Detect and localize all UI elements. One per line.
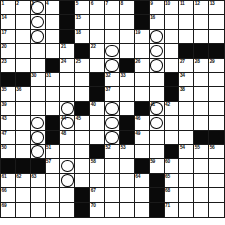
clue-number: 13 [210, 1, 215, 7]
grid-cell[interactable]: 71 [165, 203, 180, 217]
clue-number: 12 [195, 1, 200, 7]
grid-cell[interactable]: 9 [150, 1, 165, 15]
grid-cell[interactable] [75, 159, 90, 173]
grid-cell[interactable] [31, 116, 46, 130]
grid-cell[interactable]: 34 [179, 73, 194, 87]
circle-marker [31, 131, 44, 144]
clue-number: 47 [2, 131, 7, 137]
grid-cell[interactable] [90, 30, 105, 44]
grid-cell[interactable]: 14 [1, 15, 16, 29]
grid-cell[interactable] [60, 145, 75, 159]
clue-number: 40 [91, 102, 96, 108]
clue-number: 27 [180, 59, 185, 65]
grid-cell[interactable]: 44 [60, 116, 75, 130]
grid-cell[interactable] [16, 102, 31, 116]
grid-cell[interactable] [209, 159, 224, 173]
grid-cell[interactable] [105, 116, 120, 130]
grid-cell[interactable] [150, 116, 165, 130]
grid-cell[interactable] [179, 15, 194, 29]
circle-marker [150, 59, 163, 72]
clue-number: 24 [61, 59, 66, 65]
grid-cell[interactable] [16, 15, 31, 29]
grid-cell[interactable] [179, 188, 194, 202]
grid-cell[interactable]: 41 [150, 102, 165, 116]
grid-cell[interactable]: 20 [1, 44, 16, 58]
clue-number: 54 [180, 145, 185, 151]
circle-marker [150, 45, 163, 58]
grid-cell[interactable] [179, 30, 194, 44]
grid-cell[interactable]: 62 [16, 174, 31, 188]
clue-number: 51 [46, 145, 51, 151]
clue-number: 23 [2, 59, 7, 65]
clue-number: 60 [165, 159, 170, 165]
grid-cell[interactable] [90, 116, 105, 130]
grid-cell[interactable]: 30 [31, 73, 46, 87]
grid-cell[interactable]: 15 [75, 15, 90, 29]
grid-cell[interactable] [105, 188, 120, 202]
black-cell [120, 59, 135, 73]
grid-cell[interactable] [135, 87, 150, 101]
clue-number: 34 [180, 73, 185, 79]
clue-number: 9 [150, 1, 152, 7]
grid-cell[interactable]: 4 [46, 1, 61, 15]
clue-number: 69 [2, 203, 7, 209]
grid-cell[interactable] [60, 159, 75, 173]
clue-number: 26 [135, 59, 140, 65]
grid-cell[interactable] [16, 188, 31, 202]
grid-cell[interactable]: 69 [1, 203, 16, 217]
grid-cell[interactable] [179, 174, 194, 188]
clue-number: 49 [135, 131, 140, 137]
grid-cell[interactable] [194, 15, 209, 29]
grid-cell[interactable]: 68 [165, 188, 180, 202]
grid-cell[interactable] [31, 15, 46, 29]
grid-cell[interactable] [209, 102, 224, 116]
grid-cell[interactable]: 59 [150, 159, 165, 173]
grid-cell[interactable] [150, 59, 165, 73]
circle-marker [61, 174, 74, 187]
black-cell [75, 188, 90, 202]
grid-cell[interactable]: 66 [1, 188, 16, 202]
grid-cell[interactable]: 45 [75, 116, 90, 130]
grid-cell[interactable] [120, 102, 135, 116]
clue-number: 36 [16, 87, 21, 93]
clue-number: 6 [91, 1, 93, 7]
grid-cell[interactable] [209, 30, 224, 44]
grid-cell[interactable]: 19 [135, 30, 150, 44]
grid-cell[interactable] [46, 174, 61, 188]
grid-cell[interactable] [135, 188, 150, 202]
clue-number: 35 [2, 87, 7, 93]
grid-cell[interactable]: 28 [194, 59, 209, 73]
black-cell [1, 159, 16, 173]
grid-cell[interactable]: 17 [1, 30, 16, 44]
grid-cell[interactable] [165, 116, 180, 130]
grid-cell[interactable] [16, 44, 31, 58]
grid-cell[interactable] [46, 87, 61, 101]
grid-cell[interactable] [60, 174, 75, 188]
clue-number: 25 [76, 59, 81, 65]
grid-cell[interactable]: 26 [135, 59, 150, 73]
black-cell [150, 203, 165, 217]
grid-cell[interactable] [120, 30, 135, 44]
grid-cell[interactable]: 51 [46, 145, 61, 159]
clue-number: 38 [180, 87, 185, 93]
clue-number: 66 [2, 188, 7, 194]
grid-cell[interactable] [150, 87, 165, 101]
grid-cell[interactable] [194, 188, 209, 202]
grid-cell[interactable] [90, 59, 105, 73]
grid-cell[interactable] [209, 116, 224, 130]
circle-marker [105, 45, 118, 58]
grid-cell[interactable] [120, 15, 135, 29]
grid-cell[interactable] [105, 174, 120, 188]
grid-cell[interactable] [209, 73, 224, 87]
grid-cell[interactable] [31, 30, 46, 44]
grid-cell[interactable] [105, 44, 120, 58]
grid-cell[interactable]: 6 [90, 1, 105, 15]
grid-cell[interactable]: 70 [90, 203, 105, 217]
grid-cell[interactable] [105, 59, 120, 73]
grid-cell[interactable] [165, 131, 180, 145]
clue-number: 5 [76, 1, 78, 7]
black-cell [179, 44, 194, 58]
circle-marker [105, 131, 118, 144]
grid-cell[interactable] [150, 44, 165, 58]
black-cell [120, 116, 135, 130]
clue-number: 10 [165, 1, 170, 7]
grid-cell[interactable] [120, 159, 135, 173]
grid-cell[interactable] [165, 30, 180, 44]
crossword-page: 1234567891011121314151617181920212223242… [0, 0, 225, 225]
black-cell [165, 87, 180, 101]
grid-cell[interactable]: 32 [105, 73, 120, 87]
grid-cell[interactable]: 60 [165, 159, 180, 173]
grid-cell[interactable] [46, 15, 61, 29]
circle-marker [105, 59, 118, 72]
grid-cell[interactable]: 29 [209, 59, 224, 73]
grid-cell[interactable] [16, 116, 31, 130]
grid-cell[interactable] [60, 188, 75, 202]
grid-cell[interactable] [105, 203, 120, 217]
grid-cell[interactable] [179, 203, 194, 217]
grid-cell[interactable]: 31 [46, 73, 61, 87]
clue-number: 43 [2, 116, 7, 122]
black-cell [194, 44, 209, 58]
grid-cell[interactable]: 27 [179, 59, 194, 73]
grid-cell[interactable] [194, 159, 209, 173]
grid-cell[interactable]: 8 [120, 1, 135, 15]
circle-marker [105, 102, 118, 115]
clue-number: 70 [91, 203, 96, 209]
grid-cell[interactable] [105, 102, 120, 116]
black-cell [165, 73, 180, 87]
grid-cell[interactable]: 18 [75, 30, 90, 44]
grid-cell[interactable] [16, 131, 31, 145]
grid-cell[interactable]: 7 [105, 1, 120, 15]
black-cell [16, 73, 31, 87]
clue-number: 8 [120, 1, 122, 7]
grid-cell[interactable] [165, 44, 180, 58]
clue-number: 7 [106, 1, 108, 7]
grid-cell[interactable] [60, 73, 75, 87]
clue-number: 14 [2, 15, 7, 21]
grid-cell[interactable]: 35 [1, 87, 16, 101]
black-cell [75, 44, 90, 58]
black-cell [194, 131, 209, 145]
black-cell [90, 73, 105, 87]
grid-cell[interactable] [31, 131, 46, 145]
grid-cell[interactable] [209, 203, 224, 217]
grid-cell[interactable] [120, 188, 135, 202]
grid-cell[interactable]: 22 [90, 44, 105, 58]
grid-cell[interactable] [120, 87, 135, 101]
grid-cell[interactable]: 50 [1, 145, 16, 159]
black-cell [60, 1, 75, 15]
clue-number: 57 [46, 159, 51, 165]
grid-cell[interactable]: 11 [179, 1, 194, 15]
clue-number: 53 [120, 145, 125, 151]
black-cell [75, 102, 90, 116]
grid-cell[interactable] [194, 203, 209, 217]
grid-cell[interactable] [46, 44, 61, 58]
grid-cell[interactable] [31, 59, 46, 73]
grid-cell[interactable] [179, 102, 194, 116]
grid-cell[interactable]: 56 [209, 145, 224, 159]
clue-number: 29 [210, 59, 215, 65]
clue-number: 39 [2, 102, 7, 108]
grid-cell[interactable]: 23 [1, 59, 16, 73]
grid-cell[interactable] [46, 188, 61, 202]
clue-number: 52 [106, 145, 111, 151]
clue-number: 17 [2, 30, 7, 36]
clue-number: 33 [120, 73, 125, 79]
grid-cell[interactable] [150, 30, 165, 44]
grid-cell[interactable] [16, 59, 31, 73]
grid-cell[interactable]: 55 [194, 145, 209, 159]
grid-cell[interactable] [194, 116, 209, 130]
grid-cell[interactable] [209, 174, 224, 188]
circle-marker [105, 117, 118, 130]
grid-cell[interactable] [46, 30, 61, 44]
black-cell [150, 174, 165, 188]
clue-number: 37 [106, 87, 111, 93]
grid-cell[interactable] [194, 102, 209, 116]
grid-cell[interactable] [135, 203, 150, 217]
circle-marker [61, 102, 74, 115]
grid-cell[interactable] [31, 188, 46, 202]
clue-number: 30 [31, 73, 36, 79]
circle-marker [61, 160, 74, 173]
grid-cell[interactable]: 10 [165, 1, 180, 15]
black-cell [16, 159, 31, 173]
grid-cell[interactable]: 52 [105, 145, 120, 159]
circle-marker [31, 117, 44, 130]
grid-cell[interactable]: 25 [75, 59, 90, 73]
grid-cell[interactable] [60, 102, 75, 116]
grid-cell[interactable] [135, 145, 150, 159]
grid-cell[interactable]: 38 [179, 87, 194, 101]
grid-cell[interactable]: 65 [165, 174, 180, 188]
black-cell [90, 87, 105, 101]
grid-cell[interactable]: 39 [1, 102, 16, 116]
clue-number: 61 [2, 174, 7, 180]
clue-number: 28 [195, 59, 200, 65]
grid-cell[interactable] [165, 59, 180, 73]
grid-cell[interactable] [120, 174, 135, 188]
grid-cell[interactable]: 54 [179, 145, 194, 159]
grid-cell[interactable]: 49 [135, 131, 150, 145]
grid-cell[interactable]: 67 [90, 188, 105, 202]
grid-cell[interactable]: 57 [46, 159, 61, 173]
grid-cell[interactable] [194, 30, 209, 44]
grid-cell[interactable] [31, 102, 46, 116]
grid-cell[interactable] [75, 131, 90, 145]
grid-cell[interactable]: 47 [1, 131, 16, 145]
clue-number: 11 [180, 1, 185, 7]
grid-cell[interactable]: 64 [135, 174, 150, 188]
grid-cell[interactable] [16, 203, 31, 217]
clue-number: 2 [16, 1, 18, 7]
crossword-board: 1234567891011121314151617181920212223242… [0, 0, 225, 218]
clue-number: 68 [165, 188, 170, 194]
clue-number: 62 [16, 174, 21, 180]
clue-number: 48 [61, 131, 66, 137]
grid-cell[interactable] [194, 174, 209, 188]
grid-cell[interactable] [90, 15, 105, 29]
circle-marker [31, 30, 44, 43]
clue-number: 32 [106, 73, 111, 79]
grid-cell[interactable]: 37 [105, 87, 120, 101]
clue-number: 42 [165, 102, 170, 108]
clue-number: 19 [135, 30, 140, 36]
clue-number: 63 [31, 174, 36, 180]
grid-cell[interactable] [105, 30, 120, 44]
grid-cell[interactable] [16, 30, 31, 44]
grid-cell[interactable]: 3 [31, 1, 46, 15]
grid-cell[interactable]: 21 [60, 44, 75, 58]
grid-cell[interactable]: 42 [165, 102, 180, 116]
clue-number: 4 [46, 1, 48, 7]
grid-cell[interactable]: 12 [194, 1, 209, 15]
grid-cell[interactable] [120, 203, 135, 217]
clue-number: 45 [76, 116, 81, 122]
grid-cell[interactable] [150, 131, 165, 145]
black-cell [46, 116, 61, 130]
grid-cell[interactable] [120, 44, 135, 58]
grid-cell[interactable]: 5 [75, 1, 90, 15]
clue-number: 55 [195, 145, 200, 151]
clue-number: 71 [165, 203, 170, 209]
grid-cell[interactable]: 63 [31, 174, 46, 188]
grid-cell[interactable] [209, 15, 224, 29]
black-cell [31, 159, 46, 173]
grid-cell[interactable] [75, 174, 90, 188]
grid-cell[interactable] [31, 203, 46, 217]
grid-cell[interactable]: 48 [60, 131, 75, 145]
grid-cell[interactable] [105, 15, 120, 29]
circle-marker [150, 117, 163, 130]
grid-cell[interactable]: 46 [135, 116, 150, 130]
grid-cell[interactable] [16, 145, 31, 159]
grid-cell[interactable] [46, 203, 61, 217]
grid-cell[interactable] [60, 203, 75, 217]
clue-number: 58 [91, 159, 96, 165]
grid-cell[interactable]: 36 [16, 87, 31, 101]
grid-cell[interactable] [31, 87, 46, 101]
grid-cell[interactable] [90, 131, 105, 145]
grid-cell[interactable] [209, 188, 224, 202]
black-cell [75, 203, 90, 217]
grid-cell[interactable] [194, 87, 209, 101]
grid-cell[interactable]: 13 [209, 1, 224, 15]
grid-cell[interactable] [209, 87, 224, 101]
grid-cell[interactable] [179, 131, 194, 145]
grid-cell[interactable]: 33 [120, 73, 135, 87]
grid-cell[interactable] [46, 102, 61, 116]
black-cell [60, 30, 75, 44]
grid-cell[interactable] [105, 159, 120, 173]
clue-number: 1 [2, 1, 4, 7]
black-cell [120, 131, 135, 145]
clue-number: 59 [150, 159, 155, 165]
black-cell [209, 44, 224, 58]
grid-cell[interactable]: 16 [150, 15, 165, 29]
black-cell [46, 59, 61, 73]
clue-number: 18 [76, 30, 81, 36]
grid-cell[interactable] [150, 145, 165, 159]
grid-cell[interactable]: 58 [90, 159, 105, 173]
grid-cell[interactable] [194, 73, 209, 87]
grid-cell[interactable] [179, 159, 194, 173]
grid-cell[interactable] [135, 44, 150, 58]
clue-number: 67 [91, 188, 96, 194]
grid-cell[interactable] [179, 116, 194, 130]
grid-cell[interactable]: 61 [1, 174, 16, 188]
clue-number: 15 [76, 15, 81, 21]
circle-marker [150, 30, 163, 43]
black-cell [135, 159, 150, 173]
grid-cell[interactable] [135, 73, 150, 87]
clue-number: 41 [150, 102, 155, 108]
clue-number: 65 [165, 174, 170, 180]
clue-number: 16 [150, 15, 155, 21]
black-cell [165, 145, 180, 159]
grid-cell[interactable] [31, 145, 46, 159]
grid-cell[interactable]: 24 [60, 59, 75, 73]
grid-cell[interactable] [31, 44, 46, 58]
grid-cell[interactable]: 40 [90, 102, 105, 116]
grid-cell[interactable] [150, 73, 165, 87]
black-cell [135, 15, 150, 29]
clue-number: 56 [210, 145, 215, 151]
grid-cell[interactable] [105, 131, 120, 145]
grid-cell[interactable] [75, 73, 90, 87]
grid-cell[interactable] [75, 145, 90, 159]
grid-cell[interactable] [165, 15, 180, 29]
grid-cell[interactable]: 43 [1, 116, 16, 130]
grid-cell[interactable]: 2 [16, 1, 31, 15]
clue-number: 46 [135, 116, 140, 122]
grid-cell[interactable] [90, 174, 105, 188]
grid-cell[interactable]: 53 [120, 145, 135, 159]
black-cell [135, 102, 150, 116]
grid-cell[interactable]: 1 [1, 1, 16, 15]
circle-marker [31, 145, 44, 158]
grid-cell[interactable] [75, 87, 90, 101]
black-cell [60, 15, 75, 29]
grid-cell[interactable] [60, 87, 75, 101]
